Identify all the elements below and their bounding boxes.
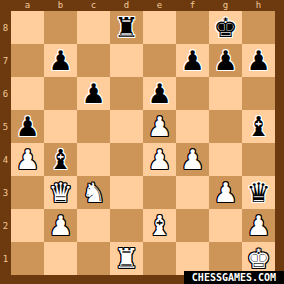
square-d3: [110, 176, 143, 209]
white-pawn-piece: ♟: [44, 209, 77, 242]
square-b6: [44, 77, 77, 110]
chessgames-diagram: abcdefgh 87654321 ♜♚♟♟♟♟♟♟♟♟♝♟♝♟♟♛♞♟♛♟♝♟…: [0, 0, 284, 284]
black-pawn-piece: ♟: [44, 44, 77, 77]
white-pawn-piece: ♟: [143, 143, 176, 176]
rank-label-3: 3: [0, 176, 11, 209]
white-bishop-piece: ♝: [143, 209, 176, 242]
file-label-d: d: [110, 0, 143, 11]
square-e8: [143, 11, 176, 44]
square-d5: [110, 110, 143, 143]
file-label-e: e: [143, 0, 176, 11]
black-pawn-piece: ♟: [143, 77, 176, 110]
file-label-h: h: [242, 0, 275, 11]
white-pawn-piece: ♟: [143, 110, 176, 143]
square-c7: [77, 44, 110, 77]
square-d4: [110, 143, 143, 176]
square-f8: [176, 11, 209, 44]
rank-label-4: 4: [0, 143, 11, 176]
square-g2: [209, 209, 242, 242]
square-d1: ♜: [110, 242, 143, 275]
square-f6: [176, 77, 209, 110]
square-d6: [110, 77, 143, 110]
square-f2: [176, 209, 209, 242]
square-b7: ♟: [44, 44, 77, 77]
square-h5: ♝: [242, 110, 275, 143]
rank-label-2: 2: [0, 209, 11, 242]
square-c4: [77, 143, 110, 176]
rank-label-6: 6: [0, 77, 11, 110]
white-knight-piece: ♞: [77, 176, 110, 209]
square-a3: [11, 176, 44, 209]
square-g6: [209, 77, 242, 110]
black-pawn-piece: ♟: [176, 44, 209, 77]
square-f7: ♟: [176, 44, 209, 77]
square-e5: ♟: [143, 110, 176, 143]
chessgames-watermark: CHESSGAMES.COM: [184, 271, 284, 284]
square-f5: [176, 110, 209, 143]
square-b4: ♝: [44, 143, 77, 176]
file-label-c: c: [77, 0, 110, 11]
square-e2: ♝: [143, 209, 176, 242]
square-e3: [143, 176, 176, 209]
square-h8: [242, 11, 275, 44]
chess-board: ♜♚♟♟♟♟♟♟♟♟♝♟♝♟♟♛♞♟♛♟♝♟♜♚: [11, 11, 275, 275]
square-a7: [11, 44, 44, 77]
white-pawn-piece: ♟: [242, 209, 275, 242]
square-a2: [11, 209, 44, 242]
rank-label-1: 1: [0, 242, 11, 275]
white-queen-piece: ♛: [44, 176, 77, 209]
file-label-g: g: [209, 0, 242, 11]
file-label-a: a: [11, 0, 44, 11]
black-king-piece: ♚: [209, 11, 242, 44]
square-a6: [11, 77, 44, 110]
white-pawn-piece: ♟: [11, 143, 44, 176]
square-a4: ♟: [11, 143, 44, 176]
square-h6: [242, 77, 275, 110]
rank-label-5: 5: [0, 110, 11, 143]
black-bishop-piece: ♝: [242, 110, 275, 143]
black-bishop-piece: ♝: [44, 143, 77, 176]
white-pawn-piece: ♟: [209, 176, 242, 209]
file-label-b: b: [44, 0, 77, 11]
square-c6: ♟: [77, 77, 110, 110]
black-pawn-piece: ♟: [11, 110, 44, 143]
rank-label-7: 7: [0, 44, 11, 77]
black-rook-piece: ♜: [110, 11, 143, 44]
square-a1: [11, 242, 44, 275]
square-e1: [143, 242, 176, 275]
square-g8: ♚: [209, 11, 242, 44]
square-b3: ♛: [44, 176, 77, 209]
black-queen-piece: ♛: [242, 176, 275, 209]
square-g3: ♟: [209, 176, 242, 209]
square-f4: ♟: [176, 143, 209, 176]
square-g4: [209, 143, 242, 176]
square-d7: [110, 44, 143, 77]
square-h4: [242, 143, 275, 176]
square-e7: [143, 44, 176, 77]
file-label-f: f: [176, 0, 209, 11]
black-pawn-piece: ♟: [242, 44, 275, 77]
white-rook-piece: ♜: [110, 242, 143, 275]
square-e6: ♟: [143, 77, 176, 110]
square-b5: [44, 110, 77, 143]
square-c1: [77, 242, 110, 275]
square-c2: [77, 209, 110, 242]
square-b8: [44, 11, 77, 44]
square-h7: ♟: [242, 44, 275, 77]
square-d8: ♜: [110, 11, 143, 44]
square-c8: [77, 11, 110, 44]
square-g7: ♟: [209, 44, 242, 77]
black-pawn-piece: ♟: [209, 44, 242, 77]
square-e4: ♟: [143, 143, 176, 176]
square-d2: [110, 209, 143, 242]
square-g5: [209, 110, 242, 143]
square-f3: [176, 176, 209, 209]
square-c3: ♞: [77, 176, 110, 209]
square-b1: [44, 242, 77, 275]
square-c5: [77, 110, 110, 143]
rank-label-8: 8: [0, 11, 11, 44]
square-a8: [11, 11, 44, 44]
square-h3: ♛: [242, 176, 275, 209]
white-pawn-piece: ♟: [176, 143, 209, 176]
square-h2: ♟: [242, 209, 275, 242]
black-pawn-piece: ♟: [77, 77, 110, 110]
square-a5: ♟: [11, 110, 44, 143]
square-b2: ♟: [44, 209, 77, 242]
